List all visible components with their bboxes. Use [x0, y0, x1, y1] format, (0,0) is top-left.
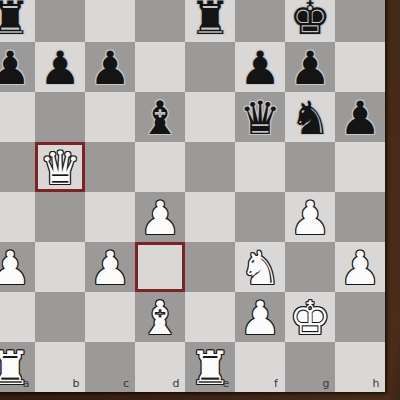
black-king[interactable]: ♚ — [289, 0, 330, 41]
square-h4[interactable] — [335, 192, 385, 242]
white-pawn[interactable]: ♟ — [139, 195, 180, 241]
square-d8[interactable] — [135, 0, 185, 42]
square-f8[interactable] — [235, 0, 285, 42]
square-h3[interactable]: ♟ — [335, 242, 385, 292]
square-h1[interactable] — [335, 342, 385, 392]
black-pawn[interactable]: ♟ — [89, 45, 130, 91]
square-d6[interactable]: ♝ — [135, 92, 185, 142]
square-a7[interactable]: ♟ — [0, 42, 35, 92]
square-e8[interactable]: ♜ — [185, 0, 235, 42]
black-pawn[interactable]: ♟ — [239, 45, 280, 91]
square-e5[interactable] — [185, 142, 235, 192]
black-knight[interactable]: ♞ — [289, 95, 330, 141]
square-e1[interactable]: ♜ — [185, 342, 235, 392]
square-b5[interactable]: ♛ — [35, 142, 85, 192]
square-b1[interactable] — [35, 342, 85, 392]
chess-board: ♜♜♚♟♟♟♟♟♝♛♞♟♛♟♟♟♟♞♟♝♟♚♜♜abcdefgh — [0, 0, 385, 392]
square-g1[interactable] — [285, 342, 335, 392]
square-g3[interactable] — [285, 242, 335, 292]
square-a3[interactable]: ♟ — [0, 242, 35, 292]
square-f4[interactable] — [235, 192, 285, 242]
square-h8[interactable] — [335, 0, 385, 42]
square-c2[interactable] — [85, 292, 135, 342]
square-g8[interactable]: ♚ — [285, 0, 335, 42]
square-a8[interactable]: ♜ — [0, 0, 35, 42]
square-b7[interactable]: ♟ — [35, 42, 85, 92]
square-f5[interactable] — [235, 142, 285, 192]
square-c3[interactable]: ♟ — [85, 242, 135, 292]
square-g7[interactable]: ♟ — [285, 42, 335, 92]
black-pawn[interactable]: ♟ — [0, 45, 31, 91]
square-c8[interactable] — [85, 0, 135, 42]
white-pawn[interactable]: ♟ — [0, 245, 31, 291]
square-d4[interactable]: ♟ — [135, 192, 185, 242]
black-bishop[interactable]: ♝ — [139, 95, 180, 141]
square-g4[interactable]: ♟ — [285, 192, 335, 242]
square-b8[interactable] — [35, 0, 85, 42]
square-f7[interactable]: ♟ — [235, 42, 285, 92]
white-pawn[interactable]: ♟ — [339, 245, 380, 291]
square-d7[interactable] — [135, 42, 185, 92]
square-d1[interactable] — [135, 342, 185, 392]
square-g5[interactable] — [285, 142, 335, 192]
square-c5[interactable] — [85, 142, 135, 192]
white-pawn[interactable]: ♟ — [89, 245, 130, 291]
square-c4[interactable] — [85, 192, 135, 242]
white-queen[interactable]: ♛ — [39, 145, 80, 191]
square-g2[interactable]: ♚ — [285, 292, 335, 342]
white-bishop[interactable]: ♝ — [139, 295, 180, 341]
black-rook[interactable]: ♜ — [189, 0, 230, 41]
board-frame: ♜♜♚♟♟♟♟♟♝♛♞♟♛♟♟♟♟♞♟♝♟♚♜♜abcdefgh — [0, 0, 400, 400]
square-e7[interactable] — [185, 42, 235, 92]
black-pawn[interactable]: ♟ — [339, 95, 380, 141]
square-f1[interactable] — [235, 342, 285, 392]
square-c1[interactable] — [85, 342, 135, 392]
square-h7[interactable] — [335, 42, 385, 92]
white-rook[interactable]: ♜ — [0, 345, 31, 391]
square-f3[interactable]: ♞ — [235, 242, 285, 292]
square-c6[interactable] — [85, 92, 135, 142]
white-pawn[interactable]: ♟ — [289, 195, 330, 241]
white-rook[interactable]: ♜ — [189, 345, 230, 391]
black-pawn[interactable]: ♟ — [39, 45, 80, 91]
white-pawn[interactable]: ♟ — [239, 295, 280, 341]
black-rook[interactable]: ♜ — [0, 0, 31, 41]
square-a5[interactable] — [0, 142, 35, 192]
square-e6[interactable] — [185, 92, 235, 142]
square-e4[interactable] — [185, 192, 235, 242]
square-b4[interactable] — [35, 192, 85, 242]
square-b6[interactable] — [35, 92, 85, 142]
square-a1[interactable]: ♜ — [0, 342, 35, 392]
black-pawn[interactable]: ♟ — [289, 45, 330, 91]
square-f6[interactable]: ♛ — [235, 92, 285, 142]
black-queen[interactable]: ♛ — [239, 95, 280, 141]
square-h2[interactable] — [335, 292, 385, 342]
square-a2[interactable] — [0, 292, 35, 342]
square-d3[interactable] — [135, 242, 185, 292]
white-knight[interactable]: ♞ — [239, 245, 280, 291]
square-a6[interactable] — [0, 92, 35, 142]
square-b2[interactable] — [35, 292, 85, 342]
square-a4[interactable] — [0, 192, 35, 242]
square-c7[interactable]: ♟ — [85, 42, 135, 92]
white-king[interactable]: ♚ — [289, 295, 330, 341]
square-g6[interactable]: ♞ — [285, 92, 335, 142]
square-f2[interactable]: ♟ — [235, 292, 285, 342]
square-e3[interactable] — [185, 242, 235, 292]
square-h5[interactable] — [335, 142, 385, 192]
square-d5[interactable] — [135, 142, 185, 192]
square-b3[interactable] — [35, 242, 85, 292]
square-h6[interactable]: ♟ — [335, 92, 385, 142]
square-e2[interactable] — [185, 292, 235, 342]
square-d2[interactable]: ♝ — [135, 292, 185, 342]
